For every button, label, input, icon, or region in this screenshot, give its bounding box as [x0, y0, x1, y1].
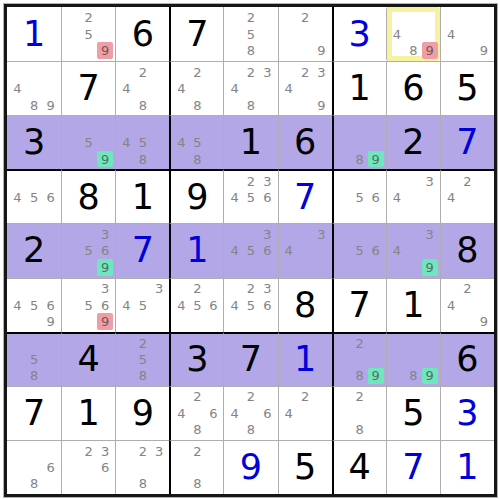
candidate-empty [9, 173, 26, 189]
cell-r3c6[interactable]: 6 [278, 115, 332, 169]
candidate-grid: 248 [173, 64, 221, 113]
candidate-empty [173, 313, 189, 329]
candidate-empty [9, 336, 26, 352]
given-digit: 1 [78, 396, 100, 431]
candidate-empty [9, 443, 26, 459]
candidate-empty [389, 259, 405, 275]
cell-r7c3[interactable]: 258 [115, 332, 169, 386]
candidate-2: 2 [80, 443, 96, 459]
cell-r5c5[interactable]: 3456 [223, 223, 277, 277]
cell-r4c3[interactable]: 1 [115, 169, 169, 223]
cell-r7c8[interactable]: 89 [386, 332, 440, 386]
cell-r6c4[interactable]: 2456 [169, 278, 223, 332]
candidate-9: 9 [476, 42, 492, 59]
candidate-grid: 289 [336, 336, 384, 384]
candidate-empty [64, 476, 80, 492]
cell-r6c1[interactable]: 4569 [7, 278, 61, 332]
candidate-4: 4 [226, 297, 242, 313]
candidate-4: 4 [443, 189, 459, 205]
cell-r9c5[interactable]: 9 [223, 440, 277, 494]
cell-r6c7[interactable]: 7 [332, 278, 386, 332]
cell-r6c6[interactable]: 8 [278, 278, 332, 332]
candidate-4: 4 [9, 80, 26, 96]
candidate-9: 9 [42, 97, 59, 113]
candidate-empty [173, 476, 189, 492]
candidate-empty [118, 443, 134, 459]
candidate-5: 5 [80, 135, 96, 151]
candidate-grid: 2349 [281, 64, 330, 113]
candidate-3: 3 [313, 64, 329, 80]
candidate-6: 6 [97, 297, 113, 313]
candidate-empty [281, 422, 297, 438]
candidate-empty [336, 405, 352, 421]
candidate-empty [352, 135, 368, 151]
given-digit: 2 [23, 233, 45, 268]
given-digit: 5 [456, 71, 478, 106]
candidate-empty [118, 64, 134, 80]
cell-r9c2[interactable]: 236 [61, 440, 115, 494]
candidate-empty [97, 26, 113, 43]
candidate-empty [389, 368, 405, 384]
candidate-empty [173, 443, 189, 459]
cell-r4c9[interactable]: 24 [440, 169, 494, 223]
candidate-empty [352, 259, 368, 275]
candidate-empty [9, 352, 26, 368]
candidate-4: 4 [226, 189, 242, 205]
candidate-empty [26, 64, 43, 80]
candidate-empty [405, 259, 421, 275]
candidate-empty [422, 336, 438, 352]
cell-r1c9[interactable]: 49 [440, 7, 494, 61]
candidate-empty [281, 259, 297, 275]
candidate-empty [259, 9, 275, 26]
candidate-8: 8 [352, 422, 368, 438]
candidate-empty [243, 226, 259, 242]
candidate-empty [64, 459, 80, 475]
candidate-grid: 4569 [9, 281, 59, 330]
candidate-empty [405, 205, 421, 221]
cell-r1c5[interactable]: 258 [223, 7, 277, 61]
candidate-4: 4 [173, 135, 189, 151]
candidate-empty [352, 205, 368, 221]
cell-r3c2[interactable]: 59 [61, 115, 115, 169]
cell-r8c5[interactable]: 2468 [223, 386, 277, 440]
cell-r7c1[interactable]: 58 [7, 332, 61, 386]
candidate-6: 6 [205, 405, 221, 421]
candidate-6: 6 [368, 243, 384, 259]
candidate-empty [226, 281, 242, 297]
candidate-empty [64, 151, 80, 167]
candidate-empty [80, 313, 96, 329]
candidate-empty [42, 352, 59, 368]
cell-r7c5[interactable]: 7 [223, 332, 277, 386]
candidate-empty [226, 389, 242, 405]
cell-r7c9[interactable]: 6 [440, 332, 494, 386]
candidate-empty [389, 9, 405, 26]
cell-r8c3[interactable]: 9 [115, 386, 169, 440]
cell-r2c7[interactable]: 1 [332, 61, 386, 115]
cell-r6c2[interactable]: 3569 [61, 278, 115, 332]
candidate-empty [80, 459, 96, 475]
candidate-empty [476, 9, 492, 26]
cell-r8c2[interactable]: 1 [61, 386, 115, 440]
candidate-empty [151, 313, 167, 329]
cell-r2c2[interactable]: 7 [61, 61, 115, 115]
cell-r9c7[interactable]: 4 [332, 440, 386, 494]
candidate-empty [118, 281, 134, 297]
cell-r3c1[interactable]: 3 [7, 115, 61, 169]
candidate-empty [80, 281, 96, 297]
candidate-4: 4 [226, 405, 242, 421]
cell-r1c7[interactable]: 3 [332, 7, 386, 61]
candidate-5: 5 [135, 352, 151, 368]
candidate-empty [336, 118, 352, 134]
candidate-empty [64, 135, 80, 151]
candidate-empty [189, 118, 205, 134]
candidate-3: 3 [97, 443, 113, 459]
cell-r7c4[interactable]: 3 [169, 332, 223, 386]
candidate-grid: 23456 [226, 281, 275, 330]
cell-r9c3[interactable]: 238 [115, 440, 169, 494]
candidate-empty [42, 443, 59, 459]
candidate-5: 5 [243, 243, 259, 259]
given-digit: 7 [349, 288, 371, 323]
candidate-empty [243, 259, 259, 275]
candidate-empty [80, 259, 96, 275]
given-digit: 1 [132, 180, 154, 215]
candidate-empty [64, 42, 80, 59]
given-digit: 1 [349, 71, 371, 106]
candidate-empty [313, 9, 329, 26]
candidate-6: 6 [205, 297, 221, 313]
candidate-9: 9 [313, 42, 329, 59]
candidate-empty [118, 352, 134, 368]
cell-r3c8[interactable]: 2 [386, 115, 440, 169]
candidate-empty [205, 80, 221, 96]
candidate-empty [226, 259, 242, 275]
candidate-empty [151, 476, 167, 492]
candidate-8: 8 [243, 42, 259, 59]
candidate-empty [189, 80, 205, 96]
cell-r7c2[interactable]: 4 [61, 332, 115, 386]
candidate-5: 5 [135, 135, 151, 151]
given-digit: 1 [402, 288, 424, 323]
candidate-empty [42, 336, 59, 352]
candidate-empty [226, 9, 242, 26]
candidate-3: 3 [422, 226, 438, 242]
solved-digit-blue: 3 [349, 17, 371, 52]
cell-r3c3[interactable]: 458 [115, 115, 169, 169]
candidate-empty [443, 173, 459, 189]
cell-r8c1[interactable]: 7 [7, 386, 61, 440]
cell-r7c7[interactable]: 289 [332, 332, 386, 386]
candidate-grid: 2468 [173, 389, 221, 438]
candidate-empty [476, 26, 492, 43]
cell-r8c6[interactable]: 24 [278, 386, 332, 440]
candidate-empty [226, 64, 242, 80]
candidate-empty [368, 389, 384, 405]
cell-r4c6[interactable]: 7 [278, 169, 332, 223]
given-digit: 4 [349, 450, 371, 485]
candidate-empty [368, 226, 384, 242]
candidate-grid: 458 [118, 118, 167, 167]
given-digit: 5 [402, 396, 424, 431]
cell-r7c6[interactable]: 1 [278, 332, 332, 386]
solved-digit-blue: 3 [456, 396, 478, 431]
candidate-empty [297, 243, 313, 259]
given-digit: 8 [294, 288, 316, 323]
cell-r2c4[interactable]: 248 [169, 61, 223, 115]
candidate-grid: 89 [389, 336, 438, 384]
candidate-grid: 89 [336, 118, 384, 167]
candidate-grid: 2348 [226, 64, 275, 113]
candidate-empty [476, 281, 492, 297]
candidate-empty [97, 118, 113, 134]
candidate-empty [118, 368, 134, 384]
candidate-8: 8 [26, 476, 43, 492]
cell-r6c3[interactable]: 345 [115, 278, 169, 332]
candidate-empty [336, 422, 352, 438]
candidate-empty [389, 352, 405, 368]
candidate-empty [9, 313, 26, 329]
candidate-3: 3 [97, 226, 113, 242]
candidate-3: 3 [97, 281, 113, 297]
cell-r5c6[interactable]: 34 [278, 223, 332, 277]
candidate-empty [259, 42, 275, 59]
candidate-grid: 3569 [64, 226, 113, 275]
candidate-empty [281, 64, 297, 80]
cell-r2c6[interactable]: 2349 [278, 61, 332, 115]
candidate-empty [313, 389, 329, 405]
candidate-empty [352, 118, 368, 134]
given-digit: 6 [456, 342, 478, 377]
cell-r9c8[interactable]: 7 [386, 440, 440, 494]
candidate-empty [368, 352, 384, 368]
candidate-empty [97, 135, 113, 151]
cell-r1c1[interactable]: 1 [7, 7, 61, 61]
candidate-8: 8 [135, 368, 151, 384]
candidate-empty [405, 352, 421, 368]
candidate-empty [118, 476, 134, 492]
candidate-grid: 34 [281, 226, 330, 275]
candidate-4: 4 [443, 26, 459, 43]
candidate-empty [64, 243, 80, 259]
candidate-8: 8 [26, 97, 43, 113]
given-digit: 3 [23, 125, 45, 160]
cell-r9c4[interactable]: 28 [169, 440, 223, 494]
candidate-grid: 3569 [64, 281, 113, 330]
candidate-3: 3 [259, 226, 275, 242]
candidate-4: 4 [173, 80, 189, 96]
candidate-empty [226, 97, 242, 113]
candidate-empty [422, 189, 438, 205]
candidate-empty [26, 443, 43, 459]
candidate-empty [352, 226, 368, 242]
candidate-empty [64, 226, 80, 242]
candidate-empty [281, 97, 297, 113]
candidate-2: 2 [352, 336, 368, 352]
cell-r1c4[interactable]: 7 [169, 7, 223, 61]
cell-r1c2[interactable]: 259 [61, 7, 115, 61]
candidate-8: 8 [189, 97, 205, 113]
candidate-empty [422, 205, 438, 221]
candidate-6: 6 [259, 243, 275, 259]
cell-r3c7[interactable]: 89 [332, 115, 386, 169]
cell-r5c3[interactable]: 7 [115, 223, 169, 277]
candidate-empty [459, 297, 475, 313]
candidate-empty [389, 173, 405, 189]
candidate-empty [173, 97, 189, 113]
cell-r1c3[interactable]: 6 [115, 7, 169, 61]
candidate-5: 5 [189, 297, 205, 313]
candidate-empty [151, 459, 167, 475]
candidate-empty [151, 352, 167, 368]
candidate-2: 2 [243, 281, 259, 297]
given-digit: 6 [132, 17, 154, 52]
candidate-grid: 2456 [173, 281, 221, 330]
solved-digit-blue: 7 [132, 233, 154, 268]
candidate-grid: 29 [281, 9, 330, 59]
cell-r3c5[interactable]: 1 [223, 115, 277, 169]
candidate-grid: 3456 [226, 226, 275, 275]
candidate-empty [64, 9, 80, 26]
candidate-grid: 236 [64, 443, 113, 492]
given-digit: 4 [78, 342, 100, 377]
candidate-4: 4 [173, 297, 189, 313]
cell-r4c8[interactable]: 34 [386, 169, 440, 223]
cell-r1c8[interactable]: 489 [386, 7, 440, 61]
candidate-empty [297, 42, 313, 59]
candidate-empty [42, 368, 59, 384]
candidate-5: 5 [189, 135, 205, 151]
cell-r2c3[interactable]: 248 [115, 61, 169, 115]
cell-r3c4[interactable]: 458 [169, 115, 223, 169]
cell-r3c9[interactable]: 7 [440, 115, 494, 169]
candidate-grid: 56 [336, 173, 384, 221]
candidate-empty [151, 368, 167, 384]
candidate-empty [173, 459, 189, 475]
cell-r1c6[interactable]: 29 [278, 7, 332, 61]
candidate-5: 5 [135, 297, 151, 313]
cell-r5c7[interactable]: 56 [332, 223, 386, 277]
candidate-2: 2 [297, 64, 313, 80]
candidate-empty [64, 118, 80, 134]
candidate-grid: 489 [389, 9, 438, 59]
cell-r8c8[interactable]: 5 [386, 386, 440, 440]
candidate-5: 5 [26, 189, 43, 205]
cell-r2c9[interactable]: 5 [440, 61, 494, 115]
candidate-empty [226, 173, 242, 189]
given-digit: 9 [186, 180, 208, 215]
candidate-empty [352, 405, 368, 421]
cell-r5c2[interactable]: 3569 [61, 223, 115, 277]
candidate-5: 5 [243, 26, 259, 43]
candidate-empty [443, 42, 459, 59]
candidate-grid: 24 [443, 173, 492, 221]
candidate-grid: 349 [389, 226, 438, 275]
candidate-empty [42, 281, 59, 297]
candidate-9-highlight-green: 9 [368, 151, 384, 167]
candidate-6: 6 [42, 297, 59, 313]
candidate-empty [336, 135, 352, 151]
given-digit: 9 [132, 396, 154, 431]
cell-r2c5[interactable]: 2348 [223, 61, 277, 115]
candidate-empty [189, 313, 205, 329]
candidate-empty [151, 336, 167, 352]
cell-r4c2[interactable]: 8 [61, 169, 115, 223]
cell-r4c5[interactable]: 23456 [223, 169, 277, 223]
cell-r4c1[interactable]: 456 [7, 169, 61, 223]
candidate-empty [135, 313, 151, 329]
candidate-empty [226, 422, 242, 438]
candidate-3: 3 [259, 64, 275, 80]
candidate-empty [9, 64, 26, 80]
cell-r6c8[interactable]: 1 [386, 278, 440, 332]
candidate-empty [313, 405, 329, 421]
cell-r5c8[interactable]: 349 [386, 223, 440, 277]
candidate-empty [389, 336, 405, 352]
cell-r5c1[interactable]: 2 [7, 223, 61, 277]
candidate-empty [189, 405, 205, 421]
candidate-9-highlight-green: 9 [97, 259, 113, 275]
cell-r8c4[interactable]: 2468 [169, 386, 223, 440]
candidate-4: 4 [118, 80, 134, 96]
candidate-empty [405, 243, 421, 259]
candidate-empty [118, 313, 134, 329]
candidate-grid: 2468 [226, 389, 275, 438]
candidate-empty [476, 205, 492, 221]
candidate-grid: 68 [9, 443, 59, 492]
cell-r8c9[interactable]: 3 [440, 386, 494, 440]
candidate-empty [226, 26, 242, 43]
given-digit: 2 [402, 125, 424, 160]
candidate-empty [352, 173, 368, 189]
cell-r6c5[interactable]: 23456 [223, 278, 277, 332]
candidate-2: 2 [189, 389, 205, 405]
cell-r5c4[interactable]: 1 [169, 223, 223, 277]
cell-r2c1[interactable]: 489 [7, 61, 61, 115]
candidate-9-highlight-red: 9 [422, 42, 438, 59]
candidate-empty [151, 151, 167, 167]
given-digit: 3 [186, 342, 208, 377]
candidate-empty [205, 281, 221, 297]
candidate-8: 8 [135, 476, 151, 492]
cell-r9c6[interactable]: 5 [278, 440, 332, 494]
cell-r9c1[interactable]: 68 [7, 440, 61, 494]
candidate-empty [205, 118, 221, 134]
candidate-grid: 248 [118, 64, 167, 113]
candidate-empty [151, 118, 167, 134]
candidate-empty [64, 313, 80, 329]
candidate-empty [297, 226, 313, 242]
candidate-grid: 249 [443, 281, 492, 330]
candidate-empty [118, 459, 134, 475]
cell-r9c9[interactable]: 1 [440, 440, 494, 494]
candidate-empty [405, 226, 421, 242]
candidate-empty [476, 173, 492, 189]
candidate-4: 4 [226, 80, 242, 96]
cell-r6c9[interactable]: 249 [440, 278, 494, 332]
cell-r4c4[interactable]: 9 [169, 169, 223, 223]
cell-r2c8[interactable]: 6 [386, 61, 440, 115]
cell-r8c7[interactable]: 28 [332, 386, 386, 440]
candidate-5: 5 [26, 297, 43, 313]
cell-r4c7[interactable]: 56 [332, 169, 386, 223]
candidate-2: 2 [189, 64, 205, 80]
candidate-empty [151, 297, 167, 313]
cell-r5c9[interactable]: 8 [440, 223, 494, 277]
candidate-9-highlight-green: 9 [422, 368, 438, 384]
